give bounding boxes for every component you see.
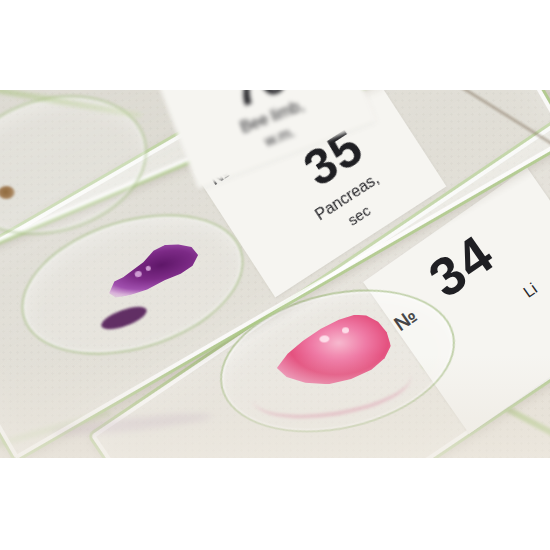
slide-name-partial: Li bbox=[520, 280, 541, 302]
photo-area: № 34 Li № 35 Pancreas, sec 76 Be bbox=[0, 90, 550, 458]
specimen-hole bbox=[145, 265, 151, 271]
specimen-hole bbox=[134, 271, 142, 278]
specimen-highlight bbox=[342, 327, 349, 333]
specimen-highlight bbox=[319, 335, 329, 343]
slide-number: 34 bbox=[420, 225, 503, 306]
photo-canvas: № 34 Li № 35 Pancreas, sec 76 Be bbox=[0, 0, 550, 550]
